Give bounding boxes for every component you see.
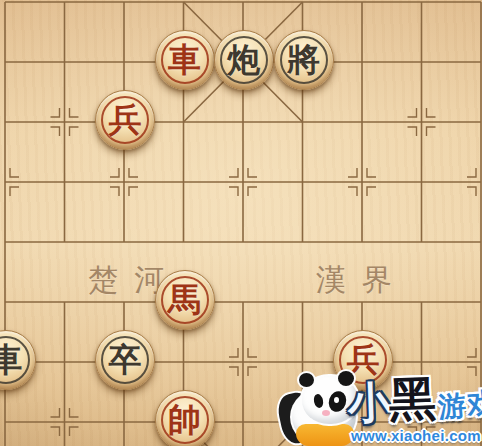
piece-black-general[interactable]: 將 <box>274 30 334 90</box>
piece-glyph: 兵 <box>96 91 154 149</box>
piece-red-general[interactable]: 帥 <box>155 390 215 446</box>
piece-black-soldier[interactable]: 卒 <box>95 330 155 390</box>
piece-black-chariot[interactable]: 車 <box>0 330 36 390</box>
piece-red-horse[interactable]: 馬 <box>155 270 215 330</box>
xiangqi-board: 楚河 漢界 車炮將兵馬車卒兵帥 小 黑 游戏 www.xiaohei.com <box>0 0 482 446</box>
piece-red-chariot[interactable]: 車 <box>155 30 215 90</box>
piece-black-cannon[interactable]: 炮 <box>214 30 274 90</box>
piece-red-soldier[interactable]: 兵 <box>95 90 155 150</box>
river-label-han-jie: 漢界 <box>316 260 408 301</box>
piece-glyph: 車 <box>156 31 214 89</box>
piece-red-soldier[interactable]: 兵 <box>333 330 393 390</box>
piece-glyph: 車 <box>0 331 35 389</box>
piece-glyph: 帥 <box>156 391 214 446</box>
piece-glyph: 兵 <box>334 331 392 389</box>
piece-glyph: 卒 <box>96 331 154 389</box>
piece-glyph: 炮 <box>215 31 273 89</box>
piece-glyph: 馬 <box>156 271 214 329</box>
piece-glyph: 將 <box>275 31 333 89</box>
